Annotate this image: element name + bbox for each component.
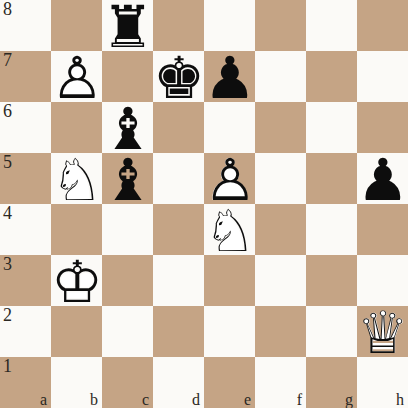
square-e3[interactable] (204, 255, 255, 306)
square-h3[interactable] (357, 255, 408, 306)
square-d6[interactable] (153, 102, 204, 153)
rank-label-8: 8 (3, 0, 12, 18)
square-a3[interactable]: 3 (0, 255, 51, 306)
file-label-a: a (40, 392, 47, 407)
square-a5[interactable]: 5 (0, 153, 51, 204)
piece-black-bishop[interactable]: ♝ (102, 153, 153, 204)
square-d7[interactable]: ♚ (153, 51, 204, 102)
file-label-f: f (297, 392, 302, 407)
piece-white-queen[interactable]: ♛♕ (357, 306, 408, 357)
square-e4[interactable]: ♞♘ (204, 204, 255, 255)
white-pawn-outline: ♙ (51, 53, 102, 104)
square-f1[interactable]: f (255, 357, 306, 408)
square-g4[interactable] (306, 204, 357, 255)
square-f8[interactable] (255, 0, 306, 51)
piece-black-bishop[interactable]: ♝ (102, 102, 153, 153)
square-c6[interactable]: ♝ (102, 102, 153, 153)
piece-black-rook[interactable]: ♜ (102, 0, 153, 51)
square-h5[interactable]: ♟ (357, 153, 408, 204)
white-knight-glyph: ♞ (51, 155, 102, 206)
square-g3[interactable] (306, 255, 357, 306)
square-h7[interactable] (357, 51, 408, 102)
square-b6[interactable] (51, 102, 102, 153)
rank-label-2: 2 (3, 306, 12, 324)
square-b4[interactable] (51, 204, 102, 255)
chess-board: 8♜7♟♙♚♟6♝5♞♘♝♟♙♟4♞♘3♚♔2♛♕1abcdefgh (0, 0, 408, 408)
square-e1[interactable]: e (204, 357, 255, 408)
white-knight-outline: ♘ (204, 206, 255, 257)
black-bishop-glyph: ♝ (102, 155, 153, 206)
square-h1[interactable]: h (357, 357, 408, 408)
square-d5[interactable] (153, 153, 204, 204)
square-g2[interactable] (306, 306, 357, 357)
white-pawn-glyph: ♟ (204, 155, 255, 206)
piece-white-knight[interactable]: ♞♘ (204, 204, 255, 255)
square-a6[interactable]: 6 (0, 102, 51, 153)
rank-label-6: 6 (3, 102, 12, 120)
square-e7[interactable]: ♟ (204, 51, 255, 102)
white-knight-outline: ♘ (51, 155, 102, 206)
piece-white-pawn[interactable]: ♟♙ (51, 51, 102, 102)
piece-white-king[interactable]: ♚♔ (51, 255, 102, 306)
square-g7[interactable] (306, 51, 357, 102)
white-queen-glyph: ♛ (357, 308, 408, 359)
rank-label-4: 4 (3, 204, 12, 222)
square-c5[interactable]: ♝ (102, 153, 153, 204)
square-h2[interactable]: ♛♕ (357, 306, 408, 357)
square-h8[interactable] (357, 0, 408, 51)
file-label-h: h (396, 392, 404, 407)
square-c4[interactable] (102, 204, 153, 255)
square-b7[interactable]: ♟♙ (51, 51, 102, 102)
piece-white-knight[interactable]: ♞♘ (51, 153, 102, 204)
square-b3[interactable]: ♚♔ (51, 255, 102, 306)
square-g1[interactable]: g (306, 357, 357, 408)
square-e8[interactable] (204, 0, 255, 51)
black-bishop-glyph: ♝ (102, 104, 153, 155)
file-label-g: g (345, 392, 353, 407)
white-queen-outline: ♕ (357, 308, 408, 359)
square-h6[interactable] (357, 102, 408, 153)
square-e5[interactable]: ♟♙ (204, 153, 255, 204)
file-label-d: d (192, 392, 200, 407)
square-f3[interactable] (255, 255, 306, 306)
square-g5[interactable] (306, 153, 357, 204)
rank-label-3: 3 (3, 255, 12, 273)
square-c8[interactable]: ♜ (102, 0, 153, 51)
square-c2[interactable] (102, 306, 153, 357)
square-e2[interactable] (204, 306, 255, 357)
square-a2[interactable]: 2 (0, 306, 51, 357)
white-king-outline: ♔ (51, 257, 102, 308)
square-a1[interactable]: 1a (0, 357, 51, 408)
square-f4[interactable] (255, 204, 306, 255)
file-label-e: e (244, 392, 251, 407)
piece-black-pawn[interactable]: ♟ (357, 153, 408, 204)
white-knight-glyph: ♞ (204, 206, 255, 257)
file-label-b: b (90, 392, 98, 407)
square-b2[interactable] (51, 306, 102, 357)
square-a4[interactable]: 4 (0, 204, 51, 255)
piece-white-pawn[interactable]: ♟♙ (204, 153, 255, 204)
square-g8[interactable] (306, 0, 357, 51)
square-a8[interactable]: 8 (0, 0, 51, 51)
square-h4[interactable] (357, 204, 408, 255)
square-f2[interactable] (255, 306, 306, 357)
rank-label-5: 5 (3, 153, 12, 171)
black-king-glyph: ♚ (153, 53, 204, 104)
square-c1[interactable]: c (102, 357, 153, 408)
black-pawn-glyph: ♟ (357, 155, 408, 206)
square-b5[interactable]: ♞♘ (51, 153, 102, 204)
square-f7[interactable] (255, 51, 306, 102)
piece-black-pawn[interactable]: ♟ (204, 51, 255, 102)
square-d1[interactable]: d (153, 357, 204, 408)
square-f5[interactable] (255, 153, 306, 204)
square-a7[interactable]: 7 (0, 51, 51, 102)
square-e6[interactable] (204, 102, 255, 153)
square-c7[interactable] (102, 51, 153, 102)
square-d8[interactable] (153, 0, 204, 51)
square-b8[interactable] (51, 0, 102, 51)
square-d2[interactable] (153, 306, 204, 357)
black-rook-glyph: ♜ (102, 2, 153, 53)
white-king-glyph: ♚ (51, 257, 102, 308)
white-pawn-outline: ♙ (204, 155, 255, 206)
square-f6[interactable] (255, 102, 306, 153)
square-b1[interactable]: b (51, 357, 102, 408)
black-pawn-glyph: ♟ (204, 53, 255, 104)
square-g6[interactable] (306, 102, 357, 153)
square-d4[interactable] (153, 204, 204, 255)
square-d3[interactable] (153, 255, 204, 306)
rank-label-7: 7 (3, 51, 12, 69)
piece-black-king[interactable]: ♚ (153, 51, 204, 102)
white-pawn-glyph: ♟ (51, 53, 102, 104)
file-label-c: c (142, 392, 149, 407)
square-c3[interactable] (102, 255, 153, 306)
rank-label-1: 1 (3, 357, 12, 375)
